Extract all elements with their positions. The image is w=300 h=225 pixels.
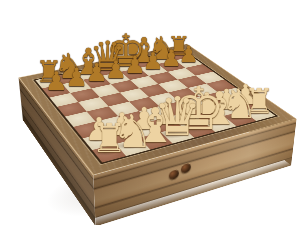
perspective-space — [0, 0, 300, 225]
drawer-knob-right — [181, 162, 191, 173]
drawer-knobs — [169, 162, 191, 180]
drawer-knob-left — [169, 168, 179, 180]
chess-set-photo: ♜♞♝♛♚♝♞♜♟♟♟♟♟♟♟♟♟♟♟♟♟♟♟♟♜♞♝♛♚♝♞♜ — [0, 0, 300, 225]
chess-chest-box — [19, 44, 297, 175]
